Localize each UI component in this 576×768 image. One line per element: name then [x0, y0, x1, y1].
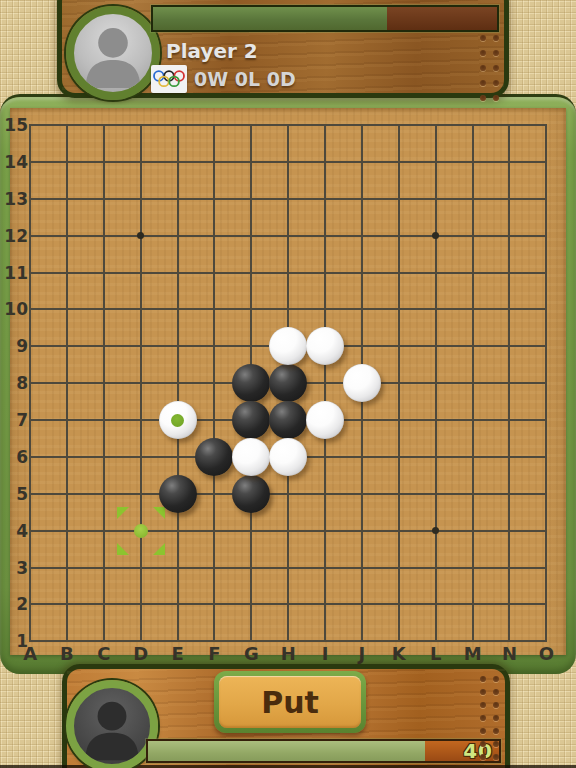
timer-value: 40 [463, 739, 493, 763]
decor-dot [493, 715, 499, 721]
black-stone [232, 364, 270, 402]
opponent-progress-fill [153, 7, 387, 30]
cursor-corner-icon [117, 543, 129, 555]
board-stones [12, 107, 565, 660]
decor-dot [480, 95, 486, 101]
decor-dot [480, 676, 486, 682]
opponent-name: Player 2 [166, 39, 258, 63]
white-stone [269, 438, 307, 476]
decor-dot [493, 35, 499, 41]
person-icon [74, 14, 152, 92]
player-timer-bar: 40 [146, 739, 501, 763]
black-stone [269, 364, 307, 402]
decor-dot [480, 35, 486, 41]
olympic-rings-icon [151, 65, 187, 93]
decor-dot [480, 741, 486, 747]
white-stone [159, 401, 197, 439]
decor-dot [480, 689, 486, 695]
player-avatar [66, 680, 158, 768]
decor-dot [480, 50, 486, 56]
white-stone [232, 438, 270, 476]
player-timer-fill [148, 741, 425, 761]
decor-dot [493, 80, 499, 86]
cursor-dot-icon [134, 524, 148, 538]
decor-dot [480, 754, 486, 760]
white-stone [306, 401, 344, 439]
black-stone [269, 401, 307, 439]
opponent-progress-bar [151, 5, 499, 32]
white-stone [343, 364, 381, 402]
decor-dot [493, 689, 499, 695]
opponent-avatar [66, 6, 160, 100]
decor-dot [493, 95, 499, 101]
decor-dot [493, 65, 499, 71]
decor-dot [493, 50, 499, 56]
black-stone [232, 401, 270, 439]
white-stone [306, 327, 344, 365]
cursor-corner-icon [153, 543, 165, 555]
decor-dot [493, 741, 499, 747]
put-button[interactable]: Put [214, 671, 366, 733]
black-stone [159, 475, 197, 513]
decor-dot [480, 65, 486, 71]
put-button-label: Put [219, 676, 361, 728]
decor-dot [493, 676, 499, 682]
last-move-marker [171, 414, 184, 427]
black-stone [232, 475, 270, 513]
decor-dot [480, 80, 486, 86]
decor-dot [480, 728, 486, 734]
white-stone [269, 327, 307, 365]
decor-dot [493, 702, 499, 708]
opponent-record: 0W 0L 0D [194, 68, 296, 90]
board[interactable]: 151413121110987654321 ABCDEFGHIJKLMNO [10, 108, 566, 655]
cursor-corner-icon [117, 507, 129, 519]
opponent-panel: Player 2 0W 0L 0D [57, 0, 509, 98]
decor-dot [480, 702, 486, 708]
decor-dot [493, 728, 499, 734]
decor-dot [493, 754, 499, 760]
cursor-corner-icon [153, 507, 165, 519]
decor-dot [480, 715, 486, 721]
cursor-marker[interactable] [117, 507, 165, 555]
black-stone [195, 438, 233, 476]
player-panel: Put 40 [62, 664, 510, 768]
person-icon [74, 688, 150, 764]
